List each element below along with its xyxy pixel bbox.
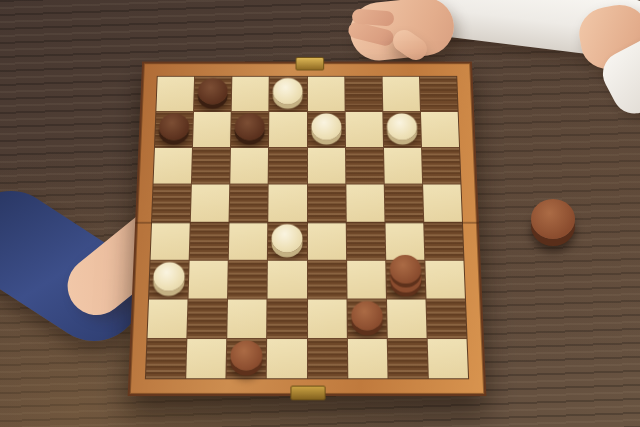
square-r5c7[interactable] — [425, 260, 465, 298]
square-r7c5[interactable] — [348, 339, 388, 378]
square-r7c6[interactable] — [388, 339, 428, 378]
brass-latch — [296, 57, 325, 70]
captured-brown-piece[interactable]: ⛂ — [531, 199, 575, 239]
square-r4c2[interactable] — [229, 222, 268, 259]
square-r5c6[interactable]: ⛃ — [386, 260, 425, 298]
square-r2c5[interactable] — [346, 148, 384, 184]
square-r5c4[interactable] — [308, 260, 347, 298]
square-r1c1[interactable] — [193, 112, 231, 147]
square-r4c4[interactable] — [307, 222, 345, 259]
square-r0c0[interactable] — [156, 77, 194, 111]
brown-man[interactable]: ⛂ — [235, 114, 265, 141]
square-r4c1[interactable] — [190, 222, 229, 259]
brown-man[interactable]: ⛂ — [351, 301, 383, 330]
square-r0c6[interactable] — [382, 77, 419, 111]
square-r3c5[interactable] — [346, 185, 384, 221]
scene: ⛂⛀⛂⛂⛀⛀⛀⛀⛃⛂⛂ ⛂ — [0, 0, 640, 427]
square-r2c1[interactable] — [192, 148, 230, 184]
brass-hinge — [290, 386, 325, 401]
square-r1c4[interactable]: ⛀ — [307, 112, 344, 147]
square-r1c2[interactable]: ⛂ — [231, 112, 269, 147]
square-r7c7[interactable] — [428, 339, 469, 378]
square-r0c2[interactable] — [232, 77, 269, 111]
square-r4c7[interactable] — [424, 222, 463, 259]
square-r7c1[interactable] — [186, 339, 226, 378]
square-r0c7[interactable] — [420, 77, 458, 111]
square-r6c6[interactable] — [387, 299, 427, 338]
square-r2c7[interactable] — [422, 148, 461, 184]
square-r3c3[interactable] — [269, 185, 307, 221]
square-r2c0[interactable] — [154, 148, 193, 184]
square-r0c1[interactable]: ⛂ — [194, 77, 231, 111]
square-r7c3[interactable] — [267, 339, 306, 378]
square-r6c0[interactable] — [148, 299, 188, 338]
square-r1c3[interactable] — [269, 112, 306, 147]
square-r4c0[interactable] — [151, 222, 190, 259]
square-r7c0[interactable] — [146, 339, 187, 378]
board-fold-seam — [135, 222, 479, 224]
square-r6c3[interactable] — [268, 299, 307, 338]
square-r4c3[interactable]: ⛀ — [268, 222, 306, 259]
square-r3c1[interactable] — [191, 185, 230, 221]
square-r6c5[interactable]: ⛂ — [347, 299, 386, 338]
brown-man[interactable]: ⛂ — [231, 341, 263, 371]
square-r0c5[interactable] — [345, 77, 382, 111]
right-hand-finger — [352, 9, 395, 27]
square-r7c2[interactable]: ⛂ — [227, 339, 267, 378]
square-r6c2[interactable] — [228, 299, 267, 338]
square-r6c7[interactable] — [426, 299, 466, 338]
square-r0c4[interactable] — [307, 77, 344, 111]
square-r7c4[interactable] — [308, 339, 347, 378]
square-r5c2[interactable] — [228, 260, 267, 298]
square-r3c7[interactable] — [423, 185, 462, 221]
brown-king[interactable]: ⛃ — [389, 255, 421, 284]
square-r2c3[interactable] — [269, 148, 307, 184]
white-man[interactable]: ⛀ — [153, 262, 185, 291]
square-r4c5[interactable] — [346, 222, 385, 259]
square-r1c5[interactable] — [345, 112, 383, 147]
white-man[interactable]: ⛀ — [387, 114, 418, 141]
board-grid: ⛂⛀⛂⛂⛀⛀⛀⛀⛃⛂⛂ — [146, 77, 468, 379]
square-r6c4[interactable] — [308, 299, 347, 338]
square-r3c4[interactable] — [307, 185, 345, 221]
square-r2c6[interactable] — [384, 148, 422, 184]
white-man[interactable]: ⛀ — [272, 224, 303, 252]
square-r3c0[interactable] — [152, 185, 191, 221]
white-man[interactable]: ⛀ — [273, 78, 303, 104]
square-r2c2[interactable] — [231, 148, 269, 184]
brown-man[interactable]: ⛂ — [159, 114, 190, 141]
square-r5c0[interactable]: ⛀ — [149, 260, 189, 298]
white-man[interactable]: ⛀ — [311, 114, 341, 141]
square-r5c3[interactable] — [268, 260, 307, 298]
checkers-board: ⛂⛀⛂⛂⛀⛀⛀⛀⛃⛂⛂ — [128, 62, 487, 396]
square-r2c4[interactable] — [307, 148, 345, 184]
square-r5c5[interactable] — [347, 260, 386, 298]
square-r1c7[interactable] — [421, 112, 459, 147]
square-r0c3[interactable]: ⛀ — [270, 77, 307, 111]
square-r1c0[interactable]: ⛂ — [155, 112, 193, 147]
brown-man[interactable]: ⛂ — [198, 78, 228, 104]
square-r6c1[interactable] — [188, 299, 228, 338]
square-r5c1[interactable] — [189, 260, 228, 298]
square-r1c6[interactable]: ⛀ — [383, 112, 421, 147]
square-r3c2[interactable] — [230, 185, 268, 221]
square-r3c6[interactable] — [384, 185, 423, 221]
